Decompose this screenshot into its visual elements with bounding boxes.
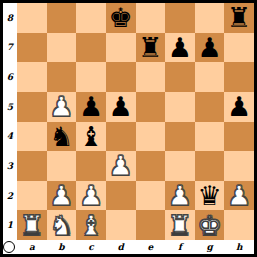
square-h4[interactable] — [224, 122, 254, 152]
square-f3[interactable] — [165, 151, 195, 181]
square-e8[interactable] — [136, 3, 166, 33]
file-label-b: b — [47, 240, 77, 254]
square-g1[interactable]: ♚ — [195, 210, 225, 240]
file-label-g: g — [195, 240, 225, 254]
square-b8[interactable] — [47, 3, 77, 33]
white-rook-f1: ♜ — [168, 212, 192, 239]
square-f5[interactable] — [165, 92, 195, 122]
file-label-d: d — [106, 240, 136, 254]
square-b4[interactable]: ♞ — [47, 122, 77, 152]
square-h3[interactable] — [224, 151, 254, 181]
black-pawn-f7: ♟ — [168, 34, 192, 61]
square-b7[interactable] — [47, 33, 77, 63]
square-c4[interactable]: ♝ — [76, 122, 106, 152]
square-e5[interactable] — [136, 92, 166, 122]
rank-label-2: 2 — [3, 181, 17, 211]
square-d5[interactable]: ♟ — [106, 92, 136, 122]
square-d1[interactable] — [106, 210, 136, 240]
black-pawn-h5: ♟ — [227, 93, 251, 120]
square-c3[interactable] — [76, 151, 106, 181]
file-label-e: e — [136, 240, 166, 254]
white-rook-a1: ♜ — [20, 212, 44, 239]
white-pawn-b2: ♟ — [49, 182, 73, 209]
square-f8[interactable] — [165, 3, 195, 33]
square-e7[interactable]: ♜ — [136, 33, 166, 63]
rank-label-4: 4 — [3, 122, 17, 152]
black-queen-g2: ♛ — [197, 182, 221, 209]
square-d3[interactable]: ♟ — [106, 151, 136, 181]
square-d6[interactable] — [106, 62, 136, 92]
square-h5[interactable]: ♟ — [224, 92, 254, 122]
square-h2[interactable]: ♟ — [224, 181, 254, 211]
black-king-d8: ♚ — [109, 4, 133, 31]
square-d2[interactable] — [106, 181, 136, 211]
square-f7[interactable]: ♟ — [165, 33, 195, 63]
square-f1[interactable]: ♜ — [165, 210, 195, 240]
square-c2[interactable]: ♟ — [76, 181, 106, 211]
square-f2[interactable]: ♟ — [165, 181, 195, 211]
file-label-c: c — [76, 240, 106, 254]
square-a7[interactable] — [17, 33, 47, 63]
square-c6[interactable] — [76, 62, 106, 92]
white-to-move-indicator-icon — [3, 241, 15, 253]
rank-label-1: 1 — [3, 210, 17, 240]
square-a3[interactable] — [17, 151, 47, 181]
square-a4[interactable] — [17, 122, 47, 152]
square-h6[interactable] — [224, 62, 254, 92]
black-rook-h8: ♜ — [227, 4, 251, 31]
square-b1[interactable]: ♞ — [47, 210, 77, 240]
square-e1[interactable] — [136, 210, 166, 240]
square-g4[interactable] — [195, 122, 225, 152]
rank-label-7: 7 — [3, 33, 17, 63]
file-label-f: f — [165, 240, 195, 254]
square-g5[interactable] — [195, 92, 225, 122]
board: ♚♜♜♟♟♟♟♟♟♞♝♟♟♟♟♛♟♜♞♝♜♚ — [17, 3, 254, 240]
white-pawn-f2: ♟ — [168, 182, 192, 209]
square-d8[interactable]: ♚ — [106, 3, 136, 33]
square-g3[interactable] — [195, 151, 225, 181]
square-a1[interactable]: ♜ — [17, 210, 47, 240]
square-c1[interactable]: ♝ — [76, 210, 106, 240]
white-king-g1: ♚ — [197, 212, 221, 239]
square-c5[interactable]: ♟ — [76, 92, 106, 122]
rank-labels: 87654321 — [3, 3, 17, 240]
square-g2[interactable]: ♛ — [195, 181, 225, 211]
square-e3[interactable] — [136, 151, 166, 181]
white-pawn-h2: ♟ — [227, 182, 251, 209]
square-h1[interactable] — [224, 210, 254, 240]
square-g7[interactable]: ♟ — [195, 33, 225, 63]
white-knight-b1: ♞ — [49, 212, 73, 239]
square-b3[interactable] — [47, 151, 77, 181]
chess-diagram: 87654321 ♚♜♜♟♟♟♟♟♟♞♝♟♟♟♟♛♟♜♞♝♜♚ abcdefgh — [0, 0, 257, 257]
square-d7[interactable] — [106, 33, 136, 63]
black-rook-e7: ♜ — [138, 34, 162, 61]
square-c7[interactable] — [76, 33, 106, 63]
side-to-move-corner — [3, 240, 17, 254]
square-a6[interactable] — [17, 62, 47, 92]
rank-label-5: 5 — [3, 92, 17, 122]
square-g6[interactable] — [195, 62, 225, 92]
square-e4[interactable] — [136, 122, 166, 152]
file-label-a: a — [17, 240, 47, 254]
square-a8[interactable] — [17, 3, 47, 33]
square-a2[interactable] — [17, 181, 47, 211]
square-f6[interactable] — [165, 62, 195, 92]
rank-label-6: 6 — [3, 62, 17, 92]
square-h8[interactable]: ♜ — [224, 3, 254, 33]
black-bishop-c4: ♝ — [79, 123, 103, 150]
file-labels: abcdefgh — [17, 240, 254, 254]
square-e2[interactable] — [136, 181, 166, 211]
file-label-h: h — [224, 240, 254, 254]
black-knight-b4: ♞ — [49, 123, 73, 150]
square-a5[interactable] — [17, 92, 47, 122]
square-d4[interactable] — [106, 122, 136, 152]
white-bishop-c1: ♝ — [79, 212, 103, 239]
square-c8[interactable] — [76, 3, 106, 33]
rank-label-3: 3 — [3, 151, 17, 181]
square-b5[interactable]: ♟ — [47, 92, 77, 122]
white-pawn-d3: ♟ — [109, 152, 133, 179]
rank-label-8: 8 — [3, 3, 17, 33]
white-pawn-c2: ♟ — [79, 182, 103, 209]
square-f4[interactable] — [165, 122, 195, 152]
square-e6[interactable] — [136, 62, 166, 92]
square-h7[interactable] — [224, 33, 254, 63]
white-pawn-b5: ♟ — [49, 93, 73, 120]
square-b6[interactable] — [47, 62, 77, 92]
black-pawn-d5: ♟ — [109, 93, 133, 120]
black-pawn-c5: ♟ — [79, 93, 103, 120]
black-pawn-g7: ♟ — [197, 34, 221, 61]
square-g8[interactable] — [195, 3, 225, 33]
square-b2[interactable]: ♟ — [47, 181, 77, 211]
